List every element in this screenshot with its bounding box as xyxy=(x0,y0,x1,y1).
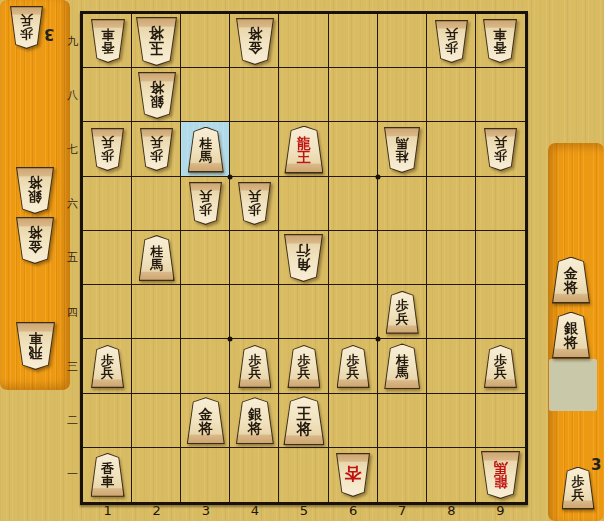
piece-kanji: 金 xyxy=(28,239,42,253)
piece-kanji: 馬 xyxy=(396,136,409,149)
piece-body: 銀将 xyxy=(16,167,54,214)
cell-1六[interactable] xyxy=(83,177,132,231)
piece-silver-bottom[interactable]: 銀将 xyxy=(236,397,274,444)
piece-face: 歩兵 xyxy=(485,346,516,387)
cell-6五[interactable] xyxy=(329,231,378,285)
rank-label-二: 二 xyxy=(66,394,79,448)
captured-pieces-stand-bottom-player[interactable]: 金将銀将歩兵3 xyxy=(548,143,604,521)
piece-pawn-bottom[interactable]: 歩兵 xyxy=(287,345,320,388)
cell-6八[interactable] xyxy=(329,68,378,122)
cell-8二[interactable] xyxy=(427,394,476,448)
piece-pawn-bottom[interactable]: 歩兵 xyxy=(484,345,517,388)
piece-body: 歩兵 xyxy=(238,345,271,388)
cell-8四[interactable] xyxy=(427,285,476,339)
cell-6二[interactable] xyxy=(329,394,378,448)
cell-6九[interactable] xyxy=(329,14,378,68)
captured-count-bottom: 3 xyxy=(591,456,601,474)
piece-body: 金将 xyxy=(236,18,274,65)
piece-pawn-bottom[interactable]: 歩兵 xyxy=(337,345,370,388)
piece-body: 飛車 xyxy=(16,322,55,370)
piece-face: 金将 xyxy=(553,258,589,303)
cell-2一[interactable] xyxy=(132,448,181,502)
piece-kanji: 歩 xyxy=(150,149,163,162)
piece-body: 桂馬 xyxy=(139,235,175,281)
rank-label-七: 七 xyxy=(66,122,79,176)
cell-5六[interactable] xyxy=(279,177,328,231)
piece-pawn-bottom[interactable]: 歩兵 xyxy=(562,467,595,510)
cell-7九[interactable] xyxy=(378,14,427,68)
file-label-4: 4 xyxy=(230,503,279,518)
piece-face: 飛車 xyxy=(17,323,54,369)
piece-face: 歩兵 xyxy=(240,346,271,387)
piece-face: 玉将 xyxy=(137,18,176,65)
piece-kanji: 車 xyxy=(28,331,42,345)
piece-pawn-bottom[interactable]: 歩兵 xyxy=(386,291,419,334)
file-label-1: 1 xyxy=(83,503,132,518)
piece-dragon-bottom[interactable]: 龍王 xyxy=(284,126,323,174)
piece-body: 歩兵 xyxy=(287,345,320,388)
piece-face: 金将 xyxy=(17,218,53,263)
cell-7二[interactable] xyxy=(378,394,427,448)
cell-6六[interactable] xyxy=(329,177,378,231)
captured-count-top: 3 xyxy=(44,25,54,43)
piece-kanji: 将 xyxy=(150,81,164,95)
cell-7五[interactable] xyxy=(378,231,427,285)
piece-kanji: 兵 xyxy=(150,136,163,149)
file-label-3: 3 xyxy=(181,503,230,518)
piece-kanji: 兵 xyxy=(347,367,360,380)
piece-face: 銀将 xyxy=(17,168,53,213)
piece-body: 歩兵 xyxy=(484,128,517,171)
piece-kanji: 銀 xyxy=(28,189,42,203)
cell-9四[interactable] xyxy=(476,285,525,339)
stand-selected-slot[interactable] xyxy=(549,359,597,411)
piece-kanji: 香 xyxy=(494,40,507,53)
piece-face: 香車 xyxy=(92,20,124,62)
piece-gold-bottom[interactable]: 金将 xyxy=(187,397,225,444)
rank-label-五: 五 xyxy=(66,231,79,285)
piece-kanji: 兵 xyxy=(396,313,409,326)
piece-promoted-lance-top[interactable]: 杏 xyxy=(336,453,370,497)
piece-face: 歩兵 xyxy=(387,292,418,333)
piece-kanji: 歩 xyxy=(494,149,507,162)
cell-4四[interactable] xyxy=(230,285,279,339)
piece-kanji: 将 xyxy=(296,422,311,437)
piece-body: 金将 xyxy=(187,397,225,444)
cell-5一[interactable] xyxy=(279,448,328,502)
cell-8八[interactable] xyxy=(427,68,476,122)
cell-8一[interactable] xyxy=(427,448,476,502)
piece-kanji: 将 xyxy=(199,422,213,436)
piece-face: 金将 xyxy=(188,398,224,443)
piece-lance-top[interactable]: 香車 xyxy=(483,19,517,63)
piece-gold-bottom[interactable]: 金将 xyxy=(552,257,590,304)
piece-kanji: 馬 xyxy=(199,151,212,164)
piece-face: 歩兵 xyxy=(338,346,369,387)
captured-pieces-stand-top-player[interactable]: 歩兵3銀将金将飛車 xyxy=(0,0,70,390)
piece-kanji: 兵 xyxy=(297,367,310,380)
piece-face: 歩兵 xyxy=(240,183,271,224)
piece-face: 歩兵 xyxy=(141,129,172,170)
cell-4八[interactable] xyxy=(230,68,279,122)
piece-body: 桂馬 xyxy=(384,127,420,173)
cell-6七[interactable] xyxy=(329,122,378,176)
piece-kanji: 兵 xyxy=(199,190,212,203)
cell-7六[interactable] xyxy=(378,177,427,231)
piece-body: 銀将 xyxy=(552,312,590,359)
piece-kanji: 歩 xyxy=(101,149,114,162)
star-point xyxy=(228,337,233,342)
piece-pawn-top[interactable]: 歩兵 xyxy=(435,20,468,63)
piece-rook-top[interactable]: 飛車 xyxy=(16,322,55,370)
piece-body: 香車 xyxy=(91,19,125,63)
cell-3一[interactable] xyxy=(181,448,230,502)
piece-knight-bottom[interactable]: 桂馬 xyxy=(139,235,175,281)
piece-face: 桂馬 xyxy=(385,345,419,389)
piece-knight-bottom[interactable]: 桂馬 xyxy=(384,343,420,389)
piece-face: 歩兵 xyxy=(11,7,42,48)
piece-face: 桂馬 xyxy=(385,128,419,172)
piece-pawn-top[interactable]: 歩兵 xyxy=(189,182,222,225)
piece-pawn-top[interactable]: 歩兵 xyxy=(238,182,271,225)
piece-face: 桂馬 xyxy=(189,128,223,172)
piece-face: 杏 xyxy=(337,454,369,496)
piece-knight-top[interactable]: 桂馬 xyxy=(384,127,420,173)
rank-label-八: 八 xyxy=(66,68,79,122)
piece-body: 角行 xyxy=(284,234,323,282)
file-label-9: 9 xyxy=(476,503,525,518)
piece-kanji: 将 xyxy=(149,25,164,40)
cell-1五[interactable] xyxy=(83,231,132,285)
piece-kanji: 兵 xyxy=(20,13,33,26)
cell-2六[interactable] xyxy=(132,177,181,231)
piece-gold-top[interactable]: 金将 xyxy=(236,18,274,65)
cell-3九[interactable] xyxy=(181,14,230,68)
rank-label-一: 一 xyxy=(66,448,79,502)
piece-face: 香車 xyxy=(92,454,124,496)
piece-face: 王将 xyxy=(285,397,324,444)
cell-7八[interactable] xyxy=(378,68,427,122)
file-label-6: 6 xyxy=(329,503,378,518)
piece-face: 銀将 xyxy=(139,73,175,118)
piece-kanji: 兵 xyxy=(101,367,114,380)
piece-body: 金将 xyxy=(16,217,54,264)
piece-silver-top[interactable]: 銀将 xyxy=(16,167,54,214)
piece-body: 歩兵 xyxy=(238,182,271,225)
piece-kanji: 将 xyxy=(564,336,578,350)
piece-kanji: 銀 xyxy=(150,94,164,108)
cell-5八[interactable] xyxy=(279,68,328,122)
piece-face: 歩兵 xyxy=(485,129,516,170)
piece-king-top[interactable]: 玉将 xyxy=(136,17,177,66)
piece-kanji: 車 xyxy=(101,27,114,40)
rank-label-三: 三 xyxy=(66,339,79,393)
piece-kanji: 行 xyxy=(297,243,311,257)
piece-kanji: 兵 xyxy=(101,136,114,149)
piece-kanji: 金 xyxy=(248,40,262,54)
cell-6四[interactable] xyxy=(329,285,378,339)
piece-king-bottom[interactable]: 王将 xyxy=(283,396,324,445)
piece-face: 歩兵 xyxy=(92,129,123,170)
rank-label-四: 四 xyxy=(66,285,79,339)
piece-kanji: 兵 xyxy=(248,367,261,380)
piece-kanji: 将 xyxy=(248,26,262,40)
cell-4五[interactable] xyxy=(230,231,279,285)
piece-kanji: 将 xyxy=(248,422,262,436)
piece-pawn-bottom[interactable]: 歩兵 xyxy=(91,345,124,388)
cell-5四[interactable] xyxy=(279,285,328,339)
cell-8五[interactable] xyxy=(427,231,476,285)
piece-kanji: 香 xyxy=(101,40,114,53)
rank-labels: 九八七六五四三二一 xyxy=(66,14,79,502)
file-label-7: 7 xyxy=(378,503,427,518)
piece-body: 歩兵 xyxy=(435,20,468,63)
shogi-app: 歩兵3銀将金将飛車 金将銀将歩兵3 九八七六五四三二一 123456789 香車… xyxy=(0,0,604,521)
piece-kanji: 兵 xyxy=(494,136,507,149)
cell-1四[interactable] xyxy=(83,285,132,339)
piece-body: 桂馬 xyxy=(188,127,224,173)
piece-kanji: 角 xyxy=(297,257,311,271)
cell-4七[interactable] xyxy=(230,122,279,176)
piece-body: 歩兵 xyxy=(10,6,43,49)
piece-body: 歩兵 xyxy=(386,291,419,334)
piece-body: 歩兵 xyxy=(484,345,517,388)
piece-face: 歩兵 xyxy=(563,468,594,509)
piece-face: 歩兵 xyxy=(289,346,320,387)
piece-body: 香車 xyxy=(91,453,125,497)
piece-kanji: 馬 xyxy=(150,259,163,272)
piece-kanji: 馬 xyxy=(493,460,507,474)
star-point xyxy=(228,174,233,179)
piece-body: 王将 xyxy=(283,396,324,445)
piece-body: 歩兵 xyxy=(337,345,370,388)
piece-body: 玉将 xyxy=(136,17,177,66)
file-label-8: 8 xyxy=(427,503,476,518)
piece-face: 香車 xyxy=(485,20,517,62)
piece-kanji: 歩 xyxy=(199,203,212,216)
piece-face: 歩兵 xyxy=(190,183,221,224)
cell-5九[interactable] xyxy=(279,14,328,68)
piece-kanji: 歩 xyxy=(248,203,261,216)
cell-2四[interactable] xyxy=(132,285,181,339)
piece-kanji: 将 xyxy=(28,225,42,239)
piece-silver-top[interactable]: 銀将 xyxy=(138,72,176,119)
piece-kanji: 兵 xyxy=(572,489,585,502)
cell-1八[interactable] xyxy=(83,68,132,122)
piece-pawn-top[interactable]: 歩兵 xyxy=(91,128,124,171)
piece-face: 銀将 xyxy=(553,313,589,358)
rank-label-六: 六 xyxy=(66,177,79,231)
piece-body: 桂馬 xyxy=(384,343,420,389)
piece-face: 龍王 xyxy=(286,127,323,173)
piece-kanji: 車 xyxy=(101,476,114,489)
piece-face: 歩兵 xyxy=(92,346,123,387)
piece-kanji: 玉 xyxy=(149,40,164,55)
piece-pawn-bottom[interactable]: 歩兵 xyxy=(238,345,271,388)
cell-2二[interactable] xyxy=(132,394,181,448)
piece-silver-bottom[interactable]: 銀将 xyxy=(552,312,590,359)
shogi-board: 香車玉将金将歩兵香車銀将歩兵歩兵桂馬龍王桂馬歩兵歩兵歩兵桂馬角行歩兵歩兵歩兵歩兵… xyxy=(80,11,528,505)
cell-2三[interactable] xyxy=(132,339,181,393)
piece-body: 金将 xyxy=(552,257,590,304)
cell-9八[interactable] xyxy=(476,68,525,122)
piece-gold-top[interactable]: 金将 xyxy=(16,217,54,264)
piece-kanji: 兵 xyxy=(494,367,507,380)
piece-kanji: 馬 xyxy=(396,367,409,380)
piece-face: 銀将 xyxy=(237,398,273,443)
piece-face: 龍馬 xyxy=(482,452,519,498)
piece-kanji: 歩 xyxy=(445,40,458,53)
piece-kanji: 兵 xyxy=(248,190,261,203)
star-point xyxy=(375,174,380,179)
piece-kanji: 杏 xyxy=(345,466,362,483)
cell-3三[interactable] xyxy=(181,339,230,393)
piece-body: 杏 xyxy=(336,453,370,497)
file-labels: 123456789 xyxy=(83,503,525,518)
piece-pawn-top[interactable]: 歩兵 xyxy=(10,6,43,49)
piece-kanji: 車 xyxy=(494,27,507,40)
cell-9二[interactable] xyxy=(476,394,525,448)
cell-9六[interactable] xyxy=(476,177,525,231)
piece-body: 銀将 xyxy=(138,72,176,119)
piece-body: 龍馬 xyxy=(481,451,520,499)
file-label-2: 2 xyxy=(132,503,181,518)
cell-3五[interactable] xyxy=(181,231,230,285)
piece-body: 歩兵 xyxy=(562,467,595,510)
piece-body: 香車 xyxy=(483,19,517,63)
piece-pawn-top[interactable]: 歩兵 xyxy=(140,128,173,171)
piece-kanji: 王 xyxy=(297,151,311,165)
piece-horse-top[interactable]: 龍馬 xyxy=(481,451,520,499)
piece-knight-bottom[interactable]: 桂馬 xyxy=(188,127,224,173)
piece-body: 歩兵 xyxy=(91,128,124,171)
piece-kanji: 将 xyxy=(564,281,578,295)
piece-body: 歩兵 xyxy=(91,345,124,388)
cell-3八[interactable] xyxy=(181,68,230,122)
cell-8七[interactable] xyxy=(427,122,476,176)
piece-lance-top[interactable]: 香車 xyxy=(91,19,125,63)
piece-face: 歩兵 xyxy=(436,21,467,62)
cell-1二[interactable] xyxy=(83,394,132,448)
piece-kanji: 兵 xyxy=(445,27,458,40)
cell-9五[interactable] xyxy=(476,231,525,285)
cell-8三[interactable] xyxy=(427,339,476,393)
cell-4一[interactable] xyxy=(230,448,279,502)
piece-body: 歩兵 xyxy=(189,182,222,225)
piece-body: 歩兵 xyxy=(140,128,173,171)
piece-body: 龍王 xyxy=(284,126,323,174)
piece-face: 角行 xyxy=(286,235,323,281)
cell-7一[interactable] xyxy=(378,448,427,502)
piece-pawn-top[interactable]: 歩兵 xyxy=(484,128,517,171)
star-point xyxy=(375,337,380,342)
piece-face: 桂馬 xyxy=(140,236,174,280)
rank-label-九: 九 xyxy=(66,14,79,68)
piece-face: 金将 xyxy=(237,19,273,64)
cell-8六[interactable] xyxy=(427,177,476,231)
piece-body: 銀将 xyxy=(236,397,274,444)
piece-kanji: 将 xyxy=(28,175,42,189)
piece-kanji: 飛 xyxy=(28,345,42,359)
cell-3四[interactable] xyxy=(181,285,230,339)
piece-lance-bottom[interactable]: 香車 xyxy=(91,453,125,497)
file-label-5: 5 xyxy=(279,503,328,518)
piece-bishop-top[interactable]: 角行 xyxy=(284,234,323,282)
